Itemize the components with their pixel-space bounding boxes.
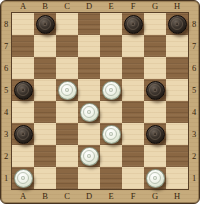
square-b4[interactable]	[34, 101, 56, 123]
file-label-top-b: B	[34, 1, 56, 12]
square-h4[interactable]	[166, 101, 188, 123]
rank-label-right-6: 6	[189, 57, 199, 79]
square-g5[interactable]	[144, 79, 166, 101]
square-g3[interactable]	[144, 123, 166, 145]
square-a8[interactable]	[12, 13, 34, 35]
square-h8[interactable]	[166, 13, 188, 35]
square-b5[interactable]	[34, 79, 56, 101]
file-label-top-h: H	[166, 1, 188, 12]
black-man-f8[interactable]	[124, 15, 143, 34]
rank-label-right-3: 3	[189, 123, 199, 145]
rank-label-right-8: 8	[189, 13, 199, 35]
square-a2[interactable]	[12, 145, 34, 167]
square-f5[interactable]	[122, 79, 144, 101]
square-d5[interactable]	[78, 79, 100, 101]
white-man-a1[interactable]	[14, 169, 33, 188]
square-e4[interactable]	[100, 101, 122, 123]
square-e8[interactable]	[100, 13, 122, 35]
rank-label-left-1: 1	[1, 167, 11, 189]
file-label-bottom-d: D	[78, 190, 100, 203]
square-b3[interactable]	[34, 123, 56, 145]
file-label-bottom-e: E	[100, 190, 122, 203]
square-d2[interactable]	[78, 145, 100, 167]
rank-label-right-5: 5	[189, 79, 199, 101]
black-man-g5[interactable]	[146, 81, 165, 100]
square-a3[interactable]	[12, 123, 34, 145]
square-b2[interactable]	[34, 145, 56, 167]
square-a1[interactable]	[12, 167, 34, 189]
square-c7[interactable]	[56, 35, 78, 57]
black-man-g3[interactable]	[146, 125, 165, 144]
white-man-d2[interactable]	[80, 147, 99, 166]
square-g1[interactable]	[144, 167, 166, 189]
file-label-top-f: F	[122, 1, 144, 12]
rank-label-right-1: 1	[189, 167, 199, 189]
square-g6[interactable]	[144, 57, 166, 79]
file-label-bottom-g: G	[144, 190, 166, 203]
file-labels-top: ABCDEFGH	[11, 1, 189, 12]
rank-label-left-8: 8	[1, 13, 11, 35]
file-label-top-e: E	[100, 1, 122, 12]
file-label-bottom-h: H	[166, 190, 188, 203]
rank-labels-left: 87654321	[1, 12, 11, 190]
square-f7[interactable]	[122, 35, 144, 57]
square-g4[interactable]	[144, 101, 166, 123]
square-h5[interactable]	[166, 79, 188, 101]
square-h2[interactable]	[166, 145, 188, 167]
square-a7[interactable]	[12, 35, 34, 57]
square-f8[interactable]	[122, 13, 144, 35]
black-man-a3[interactable]	[14, 125, 33, 144]
file-label-top-c: C	[56, 1, 78, 12]
file-label-top-a: A	[12, 1, 34, 12]
square-e3[interactable]	[100, 123, 122, 145]
rank-label-left-3: 3	[1, 123, 11, 145]
file-label-top-d: D	[78, 1, 100, 12]
rank-label-left-7: 7	[1, 35, 11, 57]
white-man-g1[interactable]	[146, 169, 165, 188]
square-f6[interactable]	[122, 57, 144, 79]
file-label-bottom-b: B	[34, 190, 56, 203]
square-b8[interactable]	[34, 13, 56, 35]
rank-label-right-7: 7	[189, 35, 199, 57]
square-f3[interactable]	[122, 123, 144, 145]
white-man-c5[interactable]	[58, 81, 77, 100]
square-h6[interactable]	[166, 57, 188, 79]
square-b6[interactable]	[34, 57, 56, 79]
square-a5[interactable]	[12, 79, 34, 101]
file-label-bottom-f: F	[122, 190, 144, 203]
rank-label-left-4: 4	[1, 101, 11, 123]
square-d4[interactable]	[78, 101, 100, 123]
square-h1[interactable]	[166, 167, 188, 189]
square-c2[interactable]	[56, 145, 78, 167]
black-man-a5[interactable]	[14, 81, 33, 100]
square-e6[interactable]	[100, 57, 122, 79]
square-f1[interactable]	[122, 167, 144, 189]
square-e1[interactable]	[100, 167, 122, 189]
square-d6[interactable]	[78, 57, 100, 79]
rank-label-left-5: 5	[1, 79, 11, 101]
file-labels-bottom: ABCDEFGH	[11, 190, 189, 203]
rank-labels-right: 87654321	[189, 12, 199, 190]
square-b7[interactable]	[34, 35, 56, 57]
square-e5[interactable]	[100, 79, 122, 101]
square-b1[interactable]	[34, 167, 56, 189]
square-c1[interactable]	[56, 167, 78, 189]
checkers-board-frame: ABCDEFGH 87654321 87654321 ABCDEFGH	[0, 0, 200, 204]
rank-label-right-2: 2	[189, 145, 199, 167]
square-c4[interactable]	[56, 101, 78, 123]
square-d3[interactable]	[78, 123, 100, 145]
square-a6[interactable]	[12, 57, 34, 79]
square-e7[interactable]	[100, 35, 122, 57]
square-h3[interactable]	[166, 123, 188, 145]
square-d1[interactable]	[78, 167, 100, 189]
square-f4[interactable]	[122, 101, 144, 123]
board	[11, 12, 189, 190]
rank-label-left-2: 2	[1, 145, 11, 167]
square-g7[interactable]	[144, 35, 166, 57]
square-d7[interactable]	[78, 35, 100, 57]
black-man-h8[interactable]	[168, 15, 187, 34]
square-e2[interactable]	[100, 145, 122, 167]
rank-label-right-4: 4	[189, 101, 199, 123]
square-h7[interactable]	[166, 35, 188, 57]
white-man-e3[interactable]	[102, 125, 121, 144]
black-man-b8[interactable]	[36, 15, 55, 34]
square-c3[interactable]	[56, 123, 78, 145]
file-label-top-g: G	[144, 1, 166, 12]
white-man-e5[interactable]	[102, 81, 121, 100]
rank-label-left-6: 6	[1, 57, 11, 79]
square-g2[interactable]	[144, 145, 166, 167]
square-c5[interactable]	[56, 79, 78, 101]
square-d8[interactable]	[78, 13, 100, 35]
file-label-bottom-a: A	[12, 190, 34, 203]
square-a4[interactable]	[12, 101, 34, 123]
square-c6[interactable]	[56, 57, 78, 79]
square-g8[interactable]	[144, 13, 166, 35]
square-f2[interactable]	[122, 145, 144, 167]
white-man-d4[interactable]	[80, 103, 99, 122]
file-label-bottom-c: C	[56, 190, 78, 203]
square-c8[interactable]	[56, 13, 78, 35]
